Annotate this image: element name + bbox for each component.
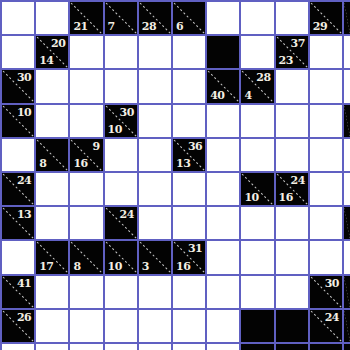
cell-r6-c2[interactable] <box>70 207 102 239</box>
cell-r4-c5-clue: 3613 <box>173 139 205 171</box>
edge-cell-right-r4 <box>344 139 350 171</box>
down-clue-number: 4 <box>244 90 251 101</box>
cell-r2-c3[interactable] <box>105 70 137 102</box>
down-clue-number: 10 <box>244 192 258 203</box>
across-clue-number: 26 <box>17 312 31 323</box>
cell-r2-c1[interactable] <box>36 70 68 102</box>
cell-r2-c7-clue: 284 <box>241 70 273 102</box>
edge-cell-right-r7 <box>344 241 350 273</box>
cell-r2-c6-clue: 40 <box>207 70 239 102</box>
down-clue-number: 28 <box>142 21 156 32</box>
across-clue-number: 10 <box>17 107 31 118</box>
cell-r6-c3-clue: 24 <box>105 207 137 239</box>
cell-r4-c4[interactable] <box>139 139 171 171</box>
down-clue-number: 23 <box>279 55 293 66</box>
edge-cell-bottom-c6 <box>207 344 239 350</box>
cell-r2-c9[interactable] <box>310 70 342 102</box>
cell-r5-c8-clue: 2416 <box>276 173 308 205</box>
cell-r3-c3-clue: 3010 <box>105 105 137 137</box>
across-clue-number: 36 <box>188 141 202 152</box>
across-clue-number: 31 <box>188 243 202 254</box>
down-clue-number: 8 <box>73 261 80 272</box>
cell-r8-c9-clue: 30 <box>310 276 342 308</box>
cell-r5-c7-clue: 10 <box>241 173 273 205</box>
cell-r4-c6[interactable] <box>207 139 239 171</box>
cell-r1-c4[interactable] <box>139 36 171 68</box>
across-clue-number: 30 <box>119 107 133 118</box>
down-clue-number: 21 <box>73 21 87 32</box>
cell-r0-c4-clue: 28 <box>139 2 171 34</box>
across-clue-number: 24 <box>290 175 304 186</box>
cell-r4-c3[interactable] <box>105 139 137 171</box>
cell-r7-c1-clue: 17 <box>36 241 68 273</box>
cell-r2-c8[interactable] <box>276 70 308 102</box>
cell-r9-c7 <box>241 310 273 342</box>
across-clue-number: 13 <box>17 209 31 220</box>
edge-cell-bottom-c9 <box>310 344 342 350</box>
cell-r4-c9[interactable] <box>310 139 342 171</box>
cell-r3-c1[interactable] <box>36 105 68 137</box>
edge-cell-bottom-c8 <box>276 344 308 350</box>
cell-r7-c4-clue: 3 <box>139 241 171 273</box>
down-clue-number: 17 <box>39 261 53 272</box>
cell-r5-c6[interactable] <box>207 173 239 205</box>
cell-r8-c3[interactable] <box>105 276 137 308</box>
edge-cell-right-r0 <box>344 2 350 34</box>
cell-r1-c9[interactable] <box>310 36 342 68</box>
cell-r6-c0-clue: 13 <box>2 207 34 239</box>
down-clue-number: 7 <box>108 21 115 32</box>
edge-cell-right-r6 <box>344 207 350 239</box>
down-clue-number: 8 <box>39 158 46 169</box>
edge-cell-bottom-c1 <box>36 344 68 350</box>
down-clue-number: 14 <box>39 55 53 66</box>
edge-cell-right-r3 <box>344 105 350 137</box>
edge-cell-bottom-c7 <box>241 344 273 350</box>
cell-r1-c7[interactable] <box>241 36 273 68</box>
cell-r5-c5[interactable] <box>173 173 205 205</box>
cell-r1-c2[interactable] <box>70 36 102 68</box>
cell-r1-c8-clue: 3723 <box>276 36 308 68</box>
cell-r8-c2[interactable] <box>70 276 102 308</box>
cell-r8-c7[interactable] <box>241 276 273 308</box>
cell-r3-c4[interactable] <box>139 105 171 137</box>
cell-r7-c6[interactable] <box>207 241 239 273</box>
across-clue-number: 9 <box>92 141 99 152</box>
down-clue-number: 16 <box>176 261 190 272</box>
cell-r8-c0-clue: 41 <box>2 276 34 308</box>
edge-cell-right-r2 <box>344 70 350 102</box>
down-clue-number: 16 <box>73 158 87 169</box>
down-clue-number: 3 <box>142 261 149 272</box>
cell-r3-c0-clue: 10 <box>2 105 34 137</box>
cell-r0-c1[interactable] <box>36 2 68 34</box>
cell-r7-c2-clue: 8 <box>70 241 102 273</box>
cell-r3-c2[interactable] <box>70 105 102 137</box>
cell-r4-c1-clue: 8 <box>36 139 68 171</box>
down-clue-number: 40 <box>210 90 224 101</box>
cell-r8-c6[interactable] <box>207 276 239 308</box>
across-clue-number: 28 <box>256 72 270 83</box>
cell-r9-c4[interactable] <box>139 310 171 342</box>
cell-r4-c8[interactable] <box>276 139 308 171</box>
cell-r5-c1[interactable] <box>36 173 68 205</box>
edge-cell-right-r5 <box>344 173 350 205</box>
down-clue-number: 13 <box>176 158 190 169</box>
cell-r8-c4[interactable] <box>139 276 171 308</box>
cell-r7-c5-clue: 3116 <box>173 241 205 273</box>
cell-r6-c7[interactable] <box>241 207 273 239</box>
edge-cell-right-r8 <box>344 276 350 308</box>
cell-r1-c5[interactable] <box>173 36 205 68</box>
cell-r2-c0-clue: 30 <box>2 70 34 102</box>
cell-r7-c9[interactable] <box>310 241 342 273</box>
cell-r1-c6 <box>207 36 239 68</box>
across-clue-number: 20 <box>51 38 65 49</box>
across-clue-number: 24 <box>325 312 339 323</box>
cell-r6-c4[interactable] <box>139 207 171 239</box>
cell-r2-c2[interactable] <box>70 70 102 102</box>
cell-r0-c6[interactable] <box>207 2 239 34</box>
cell-r3-c8[interactable] <box>276 105 308 137</box>
cell-r9-c9-clue: 24 <box>310 310 342 342</box>
cell-r7-c3-clue: 10 <box>105 241 137 273</box>
across-clue-number: 41 <box>17 278 31 289</box>
cell-r2-c5[interactable] <box>173 70 205 102</box>
edge-cell-bottom-c0 <box>2 344 34 350</box>
cell-r3-c7[interactable] <box>241 105 273 137</box>
kakuro-board: 2172862920143723304028410301089163613241… <box>0 0 350 350</box>
cell-r9-c2[interactable] <box>70 310 102 342</box>
edge-cell-bottom-c2 <box>70 344 102 350</box>
cell-r5-c0-clue: 24 <box>2 173 34 205</box>
cell-r5-c9[interactable] <box>310 173 342 205</box>
cell-r2-c4[interactable] <box>139 70 171 102</box>
cell-r9-c3[interactable] <box>105 310 137 342</box>
cell-r0-c5-clue: 6 <box>173 2 205 34</box>
cell-r8-c8[interactable] <box>276 276 308 308</box>
cell-r0-c9-clue: 29 <box>310 2 342 34</box>
cell-r1-c1-clue: 2014 <box>36 36 68 68</box>
cell-r9-c0-clue: 26 <box>2 310 34 342</box>
down-clue-number: 6 <box>176 21 183 32</box>
cell-r4-c0[interactable] <box>2 139 34 171</box>
edge-cell-right-r1 <box>344 36 350 68</box>
down-clue-number: 16 <box>279 192 293 203</box>
cell-r9-c1[interactable] <box>36 310 68 342</box>
edge-cell-bottom-c5 <box>173 344 205 350</box>
cell-r0-c7[interactable] <box>241 2 273 34</box>
across-clue-number: 37 <box>290 38 304 49</box>
cell-r8-c1[interactable] <box>36 276 68 308</box>
edge-cell-right-r9 <box>344 310 350 342</box>
cell-r6-c5[interactable] <box>173 207 205 239</box>
cell-r1-c3[interactable] <box>105 36 137 68</box>
cell-r0-c2-clue: 21 <box>70 2 102 34</box>
cell-r9-c8 <box>276 310 308 342</box>
cell-r3-c9[interactable] <box>310 105 342 137</box>
cell-r9-c6[interactable] <box>207 310 239 342</box>
cell-r4-c2-clue: 916 <box>70 139 102 171</box>
cell-r5-c4[interactable] <box>139 173 171 205</box>
cell-r6-c9[interactable] <box>310 207 342 239</box>
cell-r6-c8[interactable] <box>276 207 308 239</box>
cell-r9-c5[interactable] <box>173 310 205 342</box>
edge-cell-bottom-c3 <box>105 344 137 350</box>
cell-r3-c6[interactable] <box>207 105 239 137</box>
cell-r7-c8[interactable] <box>276 241 308 273</box>
cell-r5-c3[interactable] <box>105 173 137 205</box>
across-clue-number: 24 <box>119 209 133 220</box>
cell-r0-c8[interactable] <box>276 2 308 34</box>
cell-r4-c7[interactable] <box>241 139 273 171</box>
cell-r7-c7[interactable] <box>241 241 273 273</box>
cell-r8-c5[interactable] <box>173 276 205 308</box>
cell-r0-c0[interactable] <box>2 2 34 34</box>
cell-r0-c3-clue: 7 <box>105 2 137 34</box>
across-clue-number: 24 <box>17 175 31 186</box>
cell-r6-c1[interactable] <box>36 207 68 239</box>
cell-r6-c6[interactable] <box>207 207 239 239</box>
cell-r1-c0[interactable] <box>2 36 34 68</box>
edge-cell-corner <box>344 344 350 350</box>
across-clue-number: 30 <box>325 278 339 289</box>
cell-r5-c2[interactable] <box>70 173 102 205</box>
down-clue-number: 10 <box>108 124 122 135</box>
down-clue-number: 10 <box>108 261 122 272</box>
edge-cell-bottom-c4 <box>139 344 171 350</box>
down-clue-number: 29 <box>313 21 327 32</box>
across-clue-number: 30 <box>17 72 31 83</box>
cell-r7-c0[interactable] <box>2 241 34 273</box>
cell-r3-c5[interactable] <box>173 105 205 137</box>
